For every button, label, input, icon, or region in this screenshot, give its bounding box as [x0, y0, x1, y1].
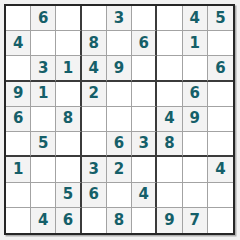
- cell-r2c5-empty[interactable]: [107, 31, 132, 56]
- cell-r7c3-empty[interactable]: [56, 157, 81, 182]
- cell-r8c1-empty[interactable]: [6, 183, 31, 208]
- cell-r3c2-given: 3: [31, 56, 56, 81]
- cell-r6c6-given: 3: [132, 132, 157, 157]
- cell-r3c1-empty[interactable]: [6, 56, 31, 81]
- cell-r2c3-empty[interactable]: [56, 31, 81, 56]
- cell-r1c9-given: 5: [208, 6, 233, 31]
- cell-r6c9-empty[interactable]: [208, 132, 233, 157]
- cell-r5c5-empty[interactable]: [107, 107, 132, 132]
- cell-r2c6-given: 6: [132, 31, 157, 56]
- cell-r4c3-empty[interactable]: [56, 82, 81, 107]
- cell-r3c9-given: 6: [208, 56, 233, 81]
- cell-r2c1-given: 4: [6, 31, 31, 56]
- cell-r7c6-empty[interactable]: [132, 157, 157, 182]
- cell-r4c2-given: 1: [31, 82, 56, 107]
- cell-r1c6-empty[interactable]: [132, 6, 157, 31]
- cell-r5c1-given: 6: [6, 107, 31, 132]
- sudoku-board: 6345486131496912668495638132456446897: [4, 4, 235, 235]
- cell-r8c6-given: 4: [132, 183, 157, 208]
- cell-r9c9-empty[interactable]: [208, 208, 233, 233]
- cell-r7c9-given: 4: [208, 157, 233, 182]
- cell-r2c9-empty[interactable]: [208, 31, 233, 56]
- cell-r3c4-given: 4: [82, 56, 107, 81]
- cell-r8c5-empty[interactable]: [107, 183, 132, 208]
- cell-r8c4-given: 6: [82, 183, 107, 208]
- cell-r8c2-empty[interactable]: [31, 183, 56, 208]
- cell-r6c4-empty[interactable]: [82, 132, 107, 157]
- cell-r4c1-given: 9: [6, 82, 31, 107]
- cell-r3c7-empty[interactable]: [157, 56, 182, 81]
- cell-r7c1-given: 1: [6, 157, 31, 182]
- cell-r1c4-empty[interactable]: [82, 6, 107, 31]
- cell-r5c7-given: 4: [157, 107, 182, 132]
- cell-r4c8-given: 6: [183, 82, 208, 107]
- cell-r3c5-given: 9: [107, 56, 132, 81]
- cell-r2c2-empty[interactable]: [31, 31, 56, 56]
- cell-r5c9-empty[interactable]: [208, 107, 233, 132]
- cell-r1c7-empty[interactable]: [157, 6, 182, 31]
- cell-r2c8-given: 1: [183, 31, 208, 56]
- cell-r9c8-given: 7: [183, 208, 208, 233]
- cell-r1c3-empty[interactable]: [56, 6, 81, 31]
- cell-r1c5-given: 3: [107, 6, 132, 31]
- cell-r8c8-empty[interactable]: [183, 183, 208, 208]
- cell-r8c9-empty[interactable]: [208, 183, 233, 208]
- cell-r9c6-empty[interactable]: [132, 208, 157, 233]
- cell-r9c5-given: 8: [107, 208, 132, 233]
- cell-r7c4-given: 3: [82, 157, 107, 182]
- cell-r6c1-empty[interactable]: [6, 132, 31, 157]
- cell-r5c6-empty[interactable]: [132, 107, 157, 132]
- cell-r6c7-given: 8: [157, 132, 182, 157]
- cell-r1c8-given: 4: [183, 6, 208, 31]
- cell-r6c3-empty[interactable]: [56, 132, 81, 157]
- cell-r7c5-given: 2: [107, 157, 132, 182]
- cell-r1c2-given: 6: [31, 6, 56, 31]
- cell-r8c7-empty[interactable]: [157, 183, 182, 208]
- cell-r7c8-empty[interactable]: [183, 157, 208, 182]
- cell-r4c7-empty[interactable]: [157, 82, 182, 107]
- cell-r9c3-given: 6: [56, 208, 81, 233]
- cell-r9c7-given: 9: [157, 208, 182, 233]
- cell-r3c8-empty[interactable]: [183, 56, 208, 81]
- cell-r5c3-given: 8: [56, 107, 81, 132]
- cell-r5c4-empty[interactable]: [82, 107, 107, 132]
- cell-r6c2-given: 5: [31, 132, 56, 157]
- cell-r7c2-empty[interactable]: [31, 157, 56, 182]
- cell-r5c2-empty[interactable]: [31, 107, 56, 132]
- cell-r4c4-given: 2: [82, 82, 107, 107]
- cell-r6c8-empty[interactable]: [183, 132, 208, 157]
- cell-r4c9-empty[interactable]: [208, 82, 233, 107]
- cell-r9c4-empty[interactable]: [82, 208, 107, 233]
- cell-r3c6-empty[interactable]: [132, 56, 157, 81]
- cell-r2c7-empty[interactable]: [157, 31, 182, 56]
- cell-r8c3-given: 5: [56, 183, 81, 208]
- cell-r5c8-given: 9: [183, 107, 208, 132]
- cell-r2c4-given: 8: [82, 31, 107, 56]
- cell-r4c5-empty[interactable]: [107, 82, 132, 107]
- cell-r4c6-empty[interactable]: [132, 82, 157, 107]
- cell-r9c2-given: 4: [31, 208, 56, 233]
- cell-r6c5-given: 6: [107, 132, 132, 157]
- cell-r7c7-empty[interactable]: [157, 157, 182, 182]
- cell-r3c3-given: 1: [56, 56, 81, 81]
- cell-r9c1-empty[interactable]: [6, 208, 31, 233]
- cell-r1c1-empty[interactable]: [6, 6, 31, 31]
